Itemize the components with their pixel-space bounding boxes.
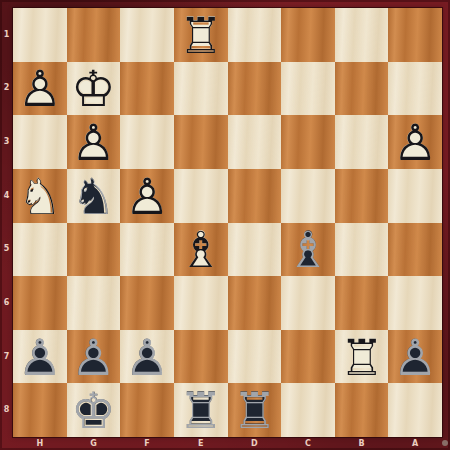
rank-label-5: 5: [0, 244, 13, 254]
square-f7[interactable]: ♟♙: [120, 330, 174, 384]
black-pawn[interactable]: ♟♙: [13, 330, 67, 384]
rank-label-8: 8: [0, 405, 13, 415]
piece-glyph-outline: ♖: [228, 384, 282, 438]
white-rook[interactable]: ♜♖: [335, 330, 389, 384]
rank-label-7: 7: [0, 352, 13, 362]
file-label-D: D: [244, 439, 264, 449]
square-c2[interactable]: [281, 62, 335, 116]
square-g5[interactable]: [67, 223, 121, 277]
square-f6[interactable]: [120, 276, 174, 330]
square-b8[interactable]: [335, 383, 389, 437]
square-c5[interactable]: ♝♗: [281, 223, 335, 277]
square-a2[interactable]: [388, 62, 442, 116]
square-e1[interactable]: ♜♖: [174, 8, 228, 62]
piece-glyph-outline: ♖: [174, 384, 228, 438]
square-a7[interactable]: ♟♙: [388, 330, 442, 384]
square-b6[interactable]: [335, 276, 389, 330]
square-e4[interactable]: [174, 169, 228, 223]
square-a1[interactable]: [388, 8, 442, 62]
square-e3[interactable]: [174, 115, 228, 169]
black-rook[interactable]: ♜♖: [228, 383, 282, 437]
square-g8[interactable]: ♚♔: [67, 383, 121, 437]
piece-glyph-outline: ♙: [120, 331, 174, 385]
piece-glyph-outline: ♙: [67, 116, 121, 170]
square-f3[interactable]: [120, 115, 174, 169]
square-c4[interactable]: [281, 169, 335, 223]
square-e8[interactable]: ♜♖: [174, 383, 228, 437]
square-d5[interactable]: [228, 223, 282, 277]
file-label-C: C: [298, 439, 318, 449]
black-pawn[interactable]: ♟♙: [388, 330, 442, 384]
square-b3[interactable]: [335, 115, 389, 169]
piece-glyph-outline: ♔: [67, 63, 121, 117]
rank-label-1: 1: [0, 30, 13, 40]
piece-glyph-outline: ♙: [120, 170, 174, 224]
piece-glyph-outline: ♙: [388, 116, 442, 170]
square-c7[interactable]: [281, 330, 335, 384]
square-h1[interactable]: [13, 8, 67, 62]
piece-glyph-outline: ♗: [281, 224, 335, 278]
square-e2[interactable]: [174, 62, 228, 116]
square-h3[interactable]: [13, 115, 67, 169]
square-g1[interactable]: [67, 8, 121, 62]
square-h7[interactable]: ♟♙: [13, 330, 67, 384]
piece-glyph-outline: ♘: [13, 170, 67, 224]
black-bishop[interactable]: ♝♗: [281, 223, 335, 277]
square-f4[interactable]: ♟♙: [120, 169, 174, 223]
square-g7[interactable]: ♟♙: [67, 330, 121, 384]
white-rook[interactable]: ♜♖: [174, 8, 228, 62]
square-h5[interactable]: [13, 223, 67, 277]
square-g6[interactable]: [67, 276, 121, 330]
square-a8[interactable]: [388, 383, 442, 437]
white-pawn[interactable]: ♟♙: [67, 115, 121, 169]
square-d3[interactable]: [228, 115, 282, 169]
piece-glyph-outline: ♘: [67, 170, 121, 224]
square-a6[interactable]: [388, 276, 442, 330]
square-f1[interactable]: [120, 8, 174, 62]
file-label-A: A: [405, 439, 425, 449]
rank-label-6: 6: [0, 298, 13, 308]
white-knight[interactable]: ♞♘: [13, 169, 67, 223]
piece-glyph-outline: ♔: [67, 384, 121, 438]
square-d6[interactable]: [228, 276, 282, 330]
piece-glyph-outline: ♙: [388, 331, 442, 385]
rank-label-3: 3: [0, 137, 13, 147]
board-frame: ♜♖♟♙♚♔♟♙♟♙♞♘♞♘♟♙♝♗♝♗♟♙♟♙♟♙♜♖♟♙♚♔♜♖♜♖ 123…: [0, 0, 450, 450]
square-h6[interactable]: [13, 276, 67, 330]
piece-glyph-outline: ♙: [13, 331, 67, 385]
black-king[interactable]: ♚♔: [67, 383, 121, 437]
move-indicator-icon: [442, 440, 448, 446]
square-b1[interactable]: [335, 8, 389, 62]
square-e5[interactable]: ♝♗: [174, 223, 228, 277]
white-pawn[interactable]: ♟♙: [120, 169, 174, 223]
square-b7[interactable]: ♜♖: [335, 330, 389, 384]
square-e6[interactable]: [174, 276, 228, 330]
white-bishop[interactable]: ♝♗: [174, 223, 228, 277]
square-f2[interactable]: [120, 62, 174, 116]
square-a4[interactable]: [388, 169, 442, 223]
square-a5[interactable]: [388, 223, 442, 277]
white-pawn[interactable]: ♟♙: [388, 115, 442, 169]
square-e7[interactable]: [174, 330, 228, 384]
square-c6[interactable]: [281, 276, 335, 330]
square-a3[interactable]: ♟♙: [388, 115, 442, 169]
square-b5[interactable]: [335, 223, 389, 277]
piece-glyph-outline: ♖: [335, 331, 389, 385]
square-g3[interactable]: ♟♙: [67, 115, 121, 169]
piece-glyph-outline: ♖: [174, 9, 228, 63]
file-label-H: H: [30, 439, 50, 449]
square-d4[interactable]: [228, 169, 282, 223]
square-h8[interactable]: [13, 383, 67, 437]
black-rook[interactable]: ♜♖: [174, 383, 228, 437]
file-label-F: F: [137, 439, 157, 449]
square-c1[interactable]: [281, 8, 335, 62]
piece-glyph-outline: ♙: [67, 331, 121, 385]
square-b2[interactable]: [335, 62, 389, 116]
square-f5[interactable]: [120, 223, 174, 277]
black-knight[interactable]: ♞♘: [67, 169, 121, 223]
square-d8[interactable]: ♜♖: [228, 383, 282, 437]
file-label-E: E: [191, 439, 211, 449]
black-pawn[interactable]: ♟♙: [120, 330, 174, 384]
square-h2[interactable]: ♟♙: [13, 62, 67, 116]
square-f8[interactable]: [120, 383, 174, 437]
square-d1[interactable]: [228, 8, 282, 62]
rank-label-4: 4: [0, 191, 13, 201]
white-pawn[interactable]: ♟♙: [13, 62, 67, 116]
square-g2[interactable]: ♚♔: [67, 62, 121, 116]
square-d2[interactable]: [228, 62, 282, 116]
square-b4[interactable]: [335, 169, 389, 223]
square-h4[interactable]: ♞♘: [13, 169, 67, 223]
black-pawn[interactable]: ♟♙: [67, 330, 121, 384]
piece-glyph-outline: ♗: [174, 224, 228, 278]
square-c3[interactable]: [281, 115, 335, 169]
file-label-B: B: [352, 439, 372, 449]
piece-glyph-outline: ♙: [13, 63, 67, 117]
file-label-G: G: [83, 439, 103, 449]
square-c8[interactable]: [281, 383, 335, 437]
chessboard: ♜♖♟♙♚♔♟♙♟♙♞♘♞♘♟♙♝♗♝♗♟♙♟♙♟♙♜♖♟♙♚♔♜♖♜♖: [13, 8, 442, 437]
white-king[interactable]: ♚♔: [67, 62, 121, 116]
square-g4[interactable]: ♞♘: [67, 169, 121, 223]
square-d7[interactable]: [228, 330, 282, 384]
rank-label-2: 2: [0, 83, 13, 93]
